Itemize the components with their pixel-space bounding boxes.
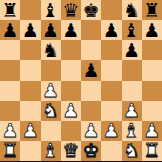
square-a1[interactable]: ♜ (0, 141, 20, 161)
square-g7[interactable]: ♝ (122, 20, 142, 40)
square-c6[interactable]: ♞ (41, 40, 61, 60)
square-a8[interactable]: ♜ (0, 0, 20, 20)
square-h2[interactable]: ♟ (142, 121, 162, 141)
square-b8[interactable] (20, 0, 40, 20)
square-h3[interactable] (142, 101, 162, 121)
square-e2[interactable]: ♟ (81, 121, 101, 141)
square-c1[interactable]: ♝ (41, 141, 61, 161)
square-a2[interactable]: ♟ (0, 121, 20, 141)
square-a7[interactable]: ♟ (0, 20, 20, 40)
piece-black-bishop-c8[interactable]: ♝ (42, 0, 59, 19)
piece-white-bishop-c1[interactable]: ♝ (42, 141, 59, 160)
piece-black-pawn-h7[interactable]: ♟ (143, 20, 160, 39)
square-e4[interactable] (81, 81, 101, 101)
square-e6[interactable] (81, 40, 101, 60)
square-g5[interactable] (122, 60, 142, 80)
piece-black-pawn-c7[interactable]: ♟ (42, 20, 59, 39)
square-d4[interactable] (61, 81, 81, 101)
piece-white-rook-a1[interactable]: ♜ (2, 141, 19, 160)
piece-white-queen-d1[interactable]: ♛ (62, 141, 79, 160)
square-g2[interactable]: ♝ (122, 121, 142, 141)
square-a5[interactable] (0, 60, 20, 80)
square-h6[interactable] (142, 40, 162, 60)
piece-black-knight-g8[interactable]: ♞ (123, 0, 140, 19)
square-h8[interactable]: ♜ (142, 0, 162, 20)
square-c2[interactable] (41, 121, 61, 141)
square-b5[interactable] (20, 60, 40, 80)
square-b6[interactable] (20, 40, 40, 60)
square-g4[interactable] (122, 81, 142, 101)
piece-white-pawn-d3[interactable]: ♟ (62, 101, 79, 120)
piece-white-pawn-a2[interactable]: ♟ (2, 121, 19, 140)
square-c4[interactable]: ♟ (41, 81, 61, 101)
square-b3[interactable] (20, 101, 40, 121)
piece-white-king-e1[interactable]: ♚ (83, 141, 100, 160)
square-c5[interactable] (41, 60, 61, 80)
square-h1[interactable]: ♜ (142, 141, 162, 161)
square-d7[interactable]: ♟ (61, 20, 81, 40)
piece-black-pawn-f7[interactable]: ♟ (103, 20, 120, 39)
square-f7[interactable]: ♟ (101, 20, 121, 40)
square-h7[interactable]: ♟ (142, 20, 162, 40)
piece-black-rook-h8[interactable]: ♜ (143, 0, 160, 19)
square-d6[interactable] (61, 40, 81, 60)
square-f5[interactable] (101, 60, 121, 80)
square-d2[interactable] (61, 121, 81, 141)
piece-white-bishop-g2[interactable]: ♝ (123, 121, 140, 140)
square-e5[interactable]: ♟ (81, 60, 101, 80)
piece-black-pawn-b7[interactable]: ♟ (22, 20, 39, 39)
square-g1[interactable]: ♞ (122, 141, 142, 161)
square-g3[interactable]: ♟ (122, 101, 142, 121)
square-f6[interactable] (101, 40, 121, 60)
square-e8[interactable]: ♚ (81, 0, 101, 20)
piece-black-pawn-g6[interactable]: ♟ (123, 40, 140, 59)
square-b7[interactable]: ♟ (20, 20, 40, 40)
square-b1[interactable] (20, 141, 40, 161)
piece-white-knight-g1[interactable]: ♞ (123, 141, 140, 160)
piece-black-knight-c6[interactable]: ♞ (42, 40, 59, 59)
square-g6[interactable]: ♟ (122, 40, 142, 60)
square-b2[interactable]: ♟ (20, 121, 40, 141)
square-g8[interactable]: ♞ (122, 0, 142, 20)
square-a3[interactable] (0, 101, 20, 121)
square-h5[interactable] (142, 60, 162, 80)
piece-black-bishop-g7[interactable]: ♝ (123, 20, 140, 39)
piece-black-queen-d8[interactable]: ♛ (62, 0, 79, 19)
piece-black-king-e8[interactable]: ♚ (83, 0, 100, 19)
square-f8[interactable] (101, 0, 121, 20)
chess-board: ♜♝♛♚♞♜♟♟♟♟♟♝♟♞♟♟♟♞♟♟♟♟♟♟♝♟♜♝♛♚♞♜ (0, 0, 162, 162)
square-a4[interactable] (0, 81, 20, 101)
piece-black-rook-a8[interactable]: ♜ (2, 0, 19, 19)
square-c8[interactable]: ♝ (41, 0, 61, 20)
piece-white-pawn-c4[interactable]: ♟ (42, 81, 59, 100)
square-e1[interactable]: ♚ (81, 141, 101, 161)
square-f1[interactable] (101, 141, 121, 161)
square-f2[interactable]: ♟ (101, 121, 121, 141)
square-a6[interactable] (0, 40, 20, 60)
piece-white-rook-h1[interactable]: ♜ (143, 141, 160, 160)
piece-white-pawn-b2[interactable]: ♟ (22, 121, 39, 140)
square-d1[interactable]: ♛ (61, 141, 81, 161)
piece-black-pawn-d7[interactable]: ♟ (62, 20, 79, 39)
piece-white-pawn-h2[interactable]: ♟ (143, 121, 160, 140)
square-d5[interactable] (61, 60, 81, 80)
square-f4[interactable] (101, 81, 121, 101)
square-b4[interactable] (20, 81, 40, 101)
square-h4[interactable] (142, 81, 162, 101)
piece-black-pawn-a7[interactable]: ♟ (2, 20, 19, 39)
square-c7[interactable]: ♟ (41, 20, 61, 40)
piece-white-knight-c3[interactable]: ♞ (42, 101, 59, 120)
square-e7[interactable] (81, 20, 101, 40)
piece-black-pawn-e5[interactable]: ♟ (83, 60, 100, 79)
square-f3[interactable] (101, 101, 121, 121)
piece-white-pawn-e2[interactable]: ♟ (83, 121, 100, 140)
square-d8[interactable]: ♛ (61, 0, 81, 20)
piece-white-pawn-f2[interactable]: ♟ (103, 121, 120, 140)
square-c3[interactable]: ♞ (41, 101, 61, 121)
piece-white-pawn-g3[interactable]: ♟ (123, 101, 140, 120)
square-d3[interactable]: ♟ (61, 101, 81, 121)
square-e3[interactable] (81, 101, 101, 121)
